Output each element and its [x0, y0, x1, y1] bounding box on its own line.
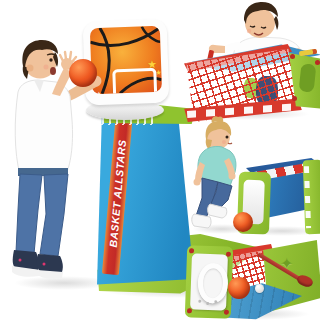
mini-backboard — [190, 253, 228, 310]
side-handle-recess — [299, 63, 317, 92]
corner-screw — [315, 60, 320, 65]
golf-ball — [255, 284, 264, 293]
girl-sneakers — [192, 204, 227, 228]
goal-right-post — [303, 160, 320, 235]
tower-column: BASKET ALLSTARS — [95, 108, 195, 288]
orange-ball-in-cube — [228, 277, 250, 299]
boy2-head — [244, 2, 278, 38]
post-white-dashes — [304, 166, 311, 228]
corner-screw — [226, 252, 231, 257]
shooting-square — [112, 68, 157, 94]
corner-screw — [187, 308, 192, 313]
orange-ball-thrown — [69, 59, 97, 87]
product-photo: BASKET ALLSTARS ★ ★ ✦ ✦ FEBER — [0, 0, 320, 320]
mini-hoop-ring — [197, 263, 228, 304]
tower-title: BASKET ALLSTARS — [102, 112, 133, 275]
open-cube-hoop-panel — [185, 245, 233, 319]
boy-torso-polo — [15, 80, 72, 174]
corner-screw — [189, 248, 194, 253]
corner-screw — [290, 54, 295, 59]
tower-title-stripe: BASKET ALLSTARS — [102, 112, 133, 275]
girl-head — [206, 116, 232, 150]
boy-jeans — [16, 168, 68, 256]
corner-screw — [292, 96, 297, 101]
orange-ball-kicked — [233, 212, 253, 232]
boy-head — [22, 40, 58, 79]
corner-screw — [224, 310, 229, 315]
